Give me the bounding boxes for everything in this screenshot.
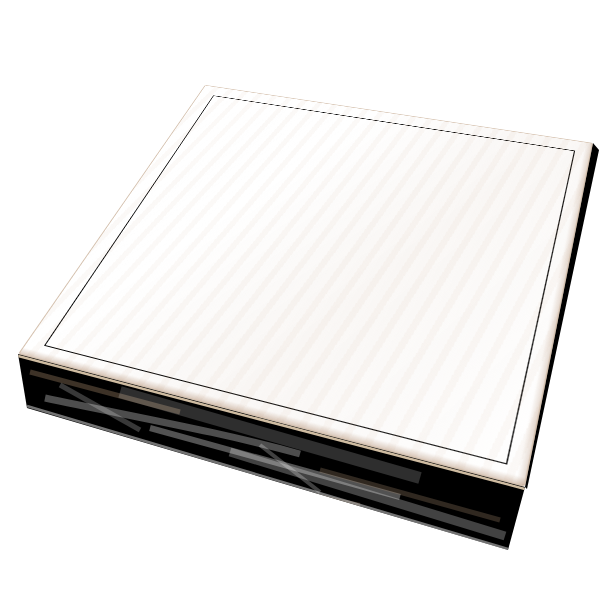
shogi-board-photo <box>0 0 600 600</box>
